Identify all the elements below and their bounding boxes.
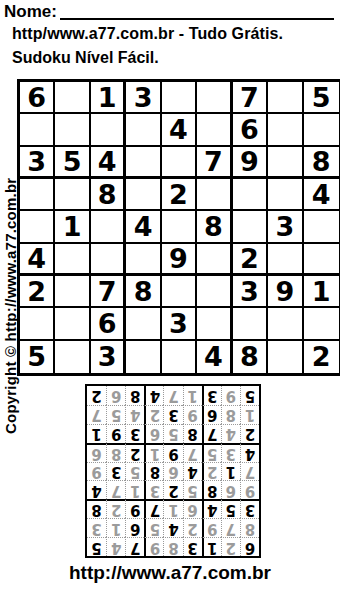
- puzzle-cell-r8c3: 6: [91, 308, 126, 340]
- puzzle-cell-r3c9: 8: [304, 147, 339, 179]
- puzzle-cell-r4c4: [126, 179, 161, 211]
- puzzle-cell-r2c7: 6: [233, 114, 268, 146]
- puzzle-cell-r1c2: [55, 82, 90, 114]
- solution-cell-r2c7: 6: [125, 518, 144, 537]
- puzzle-cell-r7c1: 2: [20, 276, 55, 308]
- puzzle-cell-r9c4: [126, 341, 161, 373]
- puzzle-cell-r5c4: 4: [126, 211, 161, 243]
- puzzle-cell-r2c2: [55, 114, 90, 146]
- solution-cell-r4c6: 3: [144, 480, 163, 499]
- solution-cell-r3c7: 9: [125, 499, 144, 518]
- puzzle-cell-r1c3: 1: [91, 82, 126, 114]
- solution-cell-r1c3: 1: [202, 537, 221, 556]
- solution-cell-r4c9: 4: [87, 480, 106, 499]
- puzzle-cell-r6c8: [268, 244, 303, 276]
- solution-cell-r9c2: 9: [221, 386, 240, 405]
- puzzle-cell-r4c9: 4: [304, 179, 339, 211]
- solution-cell-r6c8: 8: [106, 443, 125, 462]
- puzzle-cell-r5c5: [162, 211, 197, 243]
- solution-cell-r1c2: 2: [221, 537, 240, 556]
- puzzle-cell-r6c3: [91, 244, 126, 276]
- solution-cell-r3c8: 2: [106, 499, 125, 518]
- solution-cell-r6c4: 7: [183, 443, 202, 462]
- solution-cell-r3c3: 4: [202, 499, 221, 518]
- solution-cell-r6c3: 5: [202, 443, 221, 462]
- puzzle-cell-r3c6: 7: [197, 147, 232, 179]
- solution-cell-r8c7: 4: [125, 405, 144, 424]
- solution-cell-r7c3: 7: [202, 424, 221, 443]
- puzzle-cell-r4c3: 8: [91, 179, 126, 211]
- solution-cell-r5c7: 5: [125, 462, 144, 481]
- solution-cell-r4c5: 2: [163, 480, 182, 499]
- puzzle-cell-r4c6: [197, 179, 232, 211]
- puzzle-cell-r4c7: [233, 179, 268, 211]
- puzzle-cell-r2c6: [197, 114, 232, 146]
- puzzle-cell-r5c7: [233, 211, 268, 243]
- puzzle-cell-r7c6: [197, 276, 232, 308]
- solution-cell-r1c9: 5: [87, 537, 106, 556]
- puzzle-cell-r1c1: 6: [20, 82, 55, 114]
- puzzle-cell-r9c2: [55, 341, 90, 373]
- puzzle-cell-r3c5: [162, 147, 197, 179]
- solution-cell-r3c9: 8: [87, 499, 106, 518]
- solution-cell-r5c5: 6: [163, 462, 182, 481]
- solution-cell-r1c8: 4: [106, 537, 125, 556]
- puzzle-cell-r6c6: [197, 244, 232, 276]
- puzzle-cell-r5c6: 8: [197, 211, 232, 243]
- puzzle-cell-r1c4: 3: [126, 82, 161, 114]
- puzzle-cell-r6c2: [55, 244, 90, 276]
- puzzle-cell-r8c8: [268, 308, 303, 340]
- puzzle-level-title: Sudoku Nível Fácil.: [12, 49, 159, 67]
- solution-cell-r7c1: 2: [240, 424, 259, 443]
- solution-cell-r7c7: 3: [125, 424, 144, 443]
- solution-cell-r3c2: 5: [221, 499, 240, 518]
- name-label: Nome:: [4, 2, 57, 22]
- puzzle-cell-r4c2: [55, 179, 90, 211]
- puzzle-cell-r5c9: [304, 211, 339, 243]
- puzzle-cell-r3c3: 4: [91, 147, 126, 179]
- puzzle-cell-r8c6: [197, 308, 232, 340]
- puzzle-cell-r7c7: 3: [233, 276, 268, 308]
- puzzle-cell-r2c3: [91, 114, 126, 146]
- puzzle-cell-r2c5: 4: [162, 114, 197, 146]
- solution-cell-r2c8: 1: [106, 518, 125, 537]
- puzzle-cell-r5c3: [91, 211, 126, 243]
- puzzle-cell-r9c8: [268, 341, 303, 373]
- solution-cell-r9c3: 3: [202, 386, 221, 405]
- solution-cell-r4c8: 7: [106, 480, 125, 499]
- puzzle-cell-r6c5: 9: [162, 244, 197, 276]
- puzzle-cell-r2c1: [20, 114, 55, 146]
- puzzle-cell-r1c6: [197, 82, 232, 114]
- solution-cell-r1c7: 7: [125, 537, 144, 556]
- site-title: http/www.a77.com.br - Tudo Grátis.: [12, 25, 283, 43]
- solution-cell-r8c4: 9: [183, 405, 202, 424]
- solution-cell-r9c4: 1: [183, 386, 202, 405]
- puzzle-cell-r8c4: [126, 308, 161, 340]
- puzzle-cell-r1c5: [162, 82, 197, 114]
- solution-cell-r3c1: 3: [240, 499, 259, 518]
- solution-cell-r2c9: 3: [87, 518, 106, 537]
- solution-cell-r7c6: 6: [144, 424, 163, 443]
- solution-cell-r2c4: 2: [183, 518, 202, 537]
- puzzle-cell-r8c9: [304, 308, 339, 340]
- puzzle-cell-r7c5: [162, 276, 197, 308]
- solution-cell-r4c3: 8: [202, 480, 221, 499]
- solution-cell-r1c6: 9: [144, 537, 163, 556]
- puzzle-cell-r7c3: 7: [91, 276, 126, 308]
- name-row: Nome:: [4, 2, 334, 22]
- puzzle-cell-r6c7: 2: [233, 244, 268, 276]
- solution-cell-r6c9: 6: [87, 443, 106, 462]
- puzzle-cell-r9c3: 3: [91, 341, 126, 373]
- solution-cell-r1c4: 3: [183, 537, 202, 556]
- puzzle-cell-r8c1: [20, 308, 55, 340]
- solution-cell-r3c6: 7: [144, 499, 163, 518]
- solution-cell-r2c5: 4: [163, 518, 182, 537]
- puzzle-cell-r9c9: 2: [304, 341, 339, 373]
- puzzle-cell-r3c7: 9: [233, 147, 268, 179]
- solution-cell-r9c5: 7: [163, 386, 182, 405]
- name-fill-line: [60, 18, 334, 20]
- puzzle-cell-r7c2: [55, 276, 90, 308]
- puzzle-cell-r8c7: [233, 308, 268, 340]
- puzzle-cell-r2c4: [126, 114, 161, 146]
- puzzle-cell-r1c9: 5: [304, 82, 339, 114]
- solution-cell-r2c2: 7: [221, 518, 240, 537]
- puzzle-cell-r3c1: 3: [20, 147, 55, 179]
- puzzle-cell-r6c9: [304, 244, 339, 276]
- solution-cell-r8c8: 5: [106, 405, 125, 424]
- puzzle-cell-r9c5: [162, 341, 197, 373]
- puzzle-cell-r3c8: [268, 147, 303, 179]
- solution-cell-r7c5: 5: [163, 424, 182, 443]
- solution-cell-r8c3: 6: [202, 405, 221, 424]
- sudoku-solution-grid-rotated: 6213897458792456133546179289685231747124…: [85, 384, 261, 558]
- solution-cell-r8c6: 2: [144, 405, 163, 424]
- solution-cell-r4c1: 9: [240, 480, 259, 499]
- footer-url: http://www.a77.com.br: [0, 562, 340, 584]
- puzzle-cell-r6c4: [126, 244, 161, 276]
- solution-cell-r6c2: 3: [221, 443, 240, 462]
- solution-cell-r7c9: 1: [87, 424, 106, 443]
- puzzle-cell-r6c1: 4: [20, 244, 55, 276]
- solution-cell-r5c1: 7: [240, 462, 259, 481]
- solution-cell-r6c6: 1: [144, 443, 163, 462]
- solution-cell-r1c5: 8: [163, 537, 182, 556]
- puzzle-cell-r5c8: 3: [268, 211, 303, 243]
- puzzle-cell-r9c1: 5: [20, 341, 55, 373]
- solution-cell-r8c2: 8: [221, 405, 240, 424]
- sudoku-puzzle-grid: 613754635479882414834922783916353482: [17, 79, 340, 376]
- puzzle-cell-r4c5: 2: [162, 179, 197, 211]
- solution-cell-r8c1: 1: [240, 405, 259, 424]
- solution-cell-r4c7: 1: [125, 480, 144, 499]
- puzzle-cell-r4c1: [20, 179, 55, 211]
- puzzle-cell-r3c4: [126, 147, 161, 179]
- puzzle-cell-r2c8: [268, 114, 303, 146]
- solution-cell-r1c1: 6: [240, 537, 259, 556]
- solution-cell-r3c5: 1: [163, 499, 182, 518]
- puzzle-cell-r3c2: 5: [55, 147, 90, 179]
- solution-cell-r4c2: 6: [221, 480, 240, 499]
- solution-cell-r5c3: 2: [202, 462, 221, 481]
- puzzle-cell-r9c6: 4: [197, 341, 232, 373]
- puzzle-cell-r5c2: 1: [55, 211, 90, 243]
- solution-cell-r6c5: 9: [163, 443, 182, 462]
- solution-cell-r9c6: 4: [144, 386, 163, 405]
- solution-cell-r5c6: 8: [144, 462, 163, 481]
- solution-cell-r5c8: 3: [106, 462, 125, 481]
- puzzle-cell-r7c9: 1: [304, 276, 339, 308]
- solution-cell-r8c9: 7: [87, 405, 106, 424]
- solution-cell-r9c1: 5: [240, 386, 259, 405]
- solution-cell-r9c7: 8: [125, 386, 144, 405]
- solution-cell-r3c4: 6: [183, 499, 202, 518]
- puzzle-cell-r7c4: 8: [126, 276, 161, 308]
- puzzle-cell-r5c1: [20, 211, 55, 243]
- solution-cell-r8c5: 3: [163, 405, 182, 424]
- solution-cell-r5c4: 4: [183, 462, 202, 481]
- solution-cell-r2c1: 8: [240, 518, 259, 537]
- solution-cell-r9c8: 6: [106, 386, 125, 405]
- puzzle-cell-r2c9: [304, 114, 339, 146]
- solution-cell-r6c1: 4: [240, 443, 259, 462]
- puzzle-cell-r7c8: 9: [268, 276, 303, 308]
- puzzle-cell-r8c2: [55, 308, 90, 340]
- solution-cell-r7c8: 9: [106, 424, 125, 443]
- solution-cell-r5c9: 9: [87, 462, 106, 481]
- puzzle-cell-r1c8: [268, 82, 303, 114]
- solution-cell-r2c6: 5: [144, 518, 163, 537]
- puzzle-cell-r9c7: 8: [233, 341, 268, 373]
- solution-cell-r6c7: 2: [125, 443, 144, 462]
- puzzle-cell-r8c5: 3: [162, 308, 197, 340]
- puzzle-cell-r4c8: [268, 179, 303, 211]
- solution-cell-r9c9: 2: [87, 386, 106, 405]
- solution-cell-r2c3: 9: [202, 518, 221, 537]
- solution-cell-r4c4: 5: [183, 480, 202, 499]
- puzzle-cell-r1c7: 7: [233, 82, 268, 114]
- solution-cell-r5c2: 1: [221, 462, 240, 481]
- solution-cell-r7c2: 4: [221, 424, 240, 443]
- solution-cell-r7c4: 8: [183, 424, 202, 443]
